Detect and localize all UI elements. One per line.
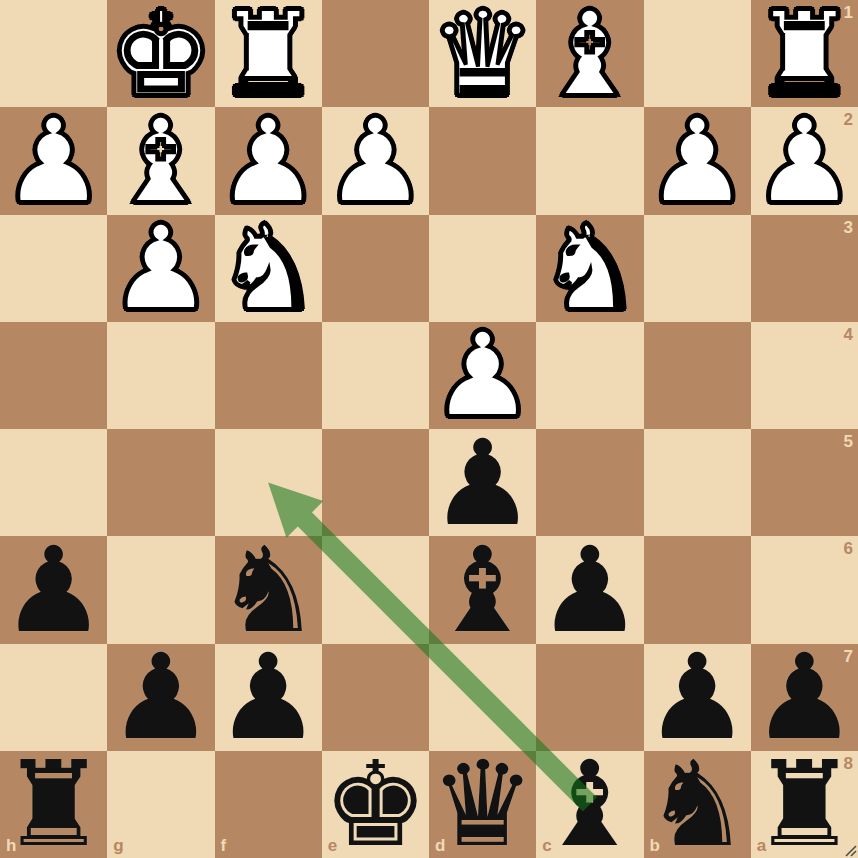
black-pawn-g7[interactable]: ♟ <box>107 644 214 751</box>
board-grid: ♚♜♛♝♜1♟♝♟♟♟♟2♟♞♞3♟4♟5♟♞♝♟6♟♟♟♟7♜hgf♚e♛d♝… <box>0 0 858 858</box>
square-g3[interactable]: ♟ <box>107 215 214 322</box>
square-a2[interactable]: ♟2 <box>751 107 858 214</box>
black-knight-b8[interactable]: ♞ <box>644 751 751 858</box>
square-f3[interactable]: ♞ <box>215 215 322 322</box>
black-queen-d8[interactable]: ♛ <box>429 751 536 858</box>
square-g8[interactable]: g <box>107 751 214 858</box>
square-a3[interactable]: 3 <box>751 215 858 322</box>
square-c6[interactable]: ♟ <box>536 536 643 643</box>
black-rook-h8[interactable]: ♜ <box>0 751 107 858</box>
file-label-g: g <box>113 836 123 856</box>
square-h6[interactable]: ♟ <box>0 536 107 643</box>
white-knight-c3[interactable]: ♞ <box>536 215 643 322</box>
square-g5[interactable] <box>107 429 214 536</box>
rank-label-6: 6 <box>844 539 853 559</box>
square-c1[interactable]: ♝ <box>536 0 643 107</box>
square-d4[interactable]: ♟ <box>429 322 536 429</box>
square-d2[interactable] <box>429 107 536 214</box>
square-a5[interactable]: 5 <box>751 429 858 536</box>
square-h3[interactable] <box>0 215 107 322</box>
rank-label-4: 4 <box>844 325 853 345</box>
black-pawn-f7[interactable]: ♟ <box>215 644 322 751</box>
square-e2[interactable]: ♟ <box>322 107 429 214</box>
square-d8[interactable]: ♛d <box>429 751 536 858</box>
square-h4[interactable] <box>0 322 107 429</box>
square-e5[interactable] <box>322 429 429 536</box>
white-pawn-a2[interactable]: ♟ <box>751 107 858 214</box>
resize-handle-line <box>846 846 856 856</box>
resize-handle-line <box>851 851 856 856</box>
square-c3[interactable]: ♞ <box>536 215 643 322</box>
white-pawn-h2[interactable]: ♟ <box>0 107 107 214</box>
square-f7[interactable]: ♟ <box>215 644 322 751</box>
square-b8[interactable]: ♞b <box>644 751 751 858</box>
square-e4[interactable] <box>322 322 429 429</box>
white-pawn-g3[interactable]: ♟ <box>107 215 214 322</box>
square-h2[interactable]: ♟ <box>0 107 107 214</box>
white-knight-f3[interactable]: ♞ <box>215 215 322 322</box>
square-e8[interactable]: ♚e <box>322 751 429 858</box>
square-e3[interactable] <box>322 215 429 322</box>
square-b5[interactable] <box>644 429 751 536</box>
square-b3[interactable] <box>644 215 751 322</box>
file-label-f: f <box>221 836 227 856</box>
square-a4[interactable]: 4 <box>751 322 858 429</box>
black-pawn-c6[interactable]: ♟ <box>536 536 643 643</box>
chess-board: ♚♜♛♝♜1♟♝♟♟♟♟2♟♞♞3♟4♟5♟♞♝♟6♟♟♟♟7♜hgf♚e♛d♝… <box>0 0 858 858</box>
black-bishop-c8[interactable]: ♝ <box>536 751 643 858</box>
black-king-e8[interactable]: ♚ <box>322 751 429 858</box>
black-pawn-h6[interactable]: ♟ <box>0 536 107 643</box>
square-h8[interactable]: ♜h <box>0 751 107 858</box>
white-pawn-b2[interactable]: ♟ <box>644 107 751 214</box>
square-f4[interactable] <box>215 322 322 429</box>
square-d6[interactable]: ♝ <box>429 536 536 643</box>
square-e6[interactable] <box>322 536 429 643</box>
square-d1[interactable]: ♛ <box>429 0 536 107</box>
square-b2[interactable]: ♟ <box>644 107 751 214</box>
square-c8[interactable]: ♝c <box>536 751 643 858</box>
black-bishop-d6[interactable]: ♝ <box>429 536 536 643</box>
white-bishop-c1[interactable]: ♝ <box>536 0 643 107</box>
rank-label-5: 5 <box>844 432 853 452</box>
board-resize-handle[interactable] <box>841 841 857 857</box>
square-g4[interactable] <box>107 322 214 429</box>
white-pawn-e2[interactable]: ♟ <box>322 107 429 214</box>
white-pawn-d4[interactable]: ♟ <box>429 322 536 429</box>
white-queen-d1[interactable]: ♛ <box>429 0 536 107</box>
square-g7[interactable]: ♟ <box>107 644 214 751</box>
square-b4[interactable] <box>644 322 751 429</box>
square-c4[interactable] <box>536 322 643 429</box>
square-f8[interactable]: f <box>215 751 322 858</box>
